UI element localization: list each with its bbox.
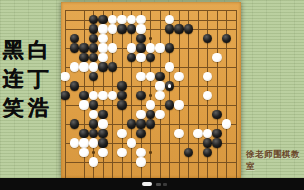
black-stone — [61, 91, 70, 100]
white-player-label: 白丁浩 — [26, 36, 50, 123]
black-stone — [136, 91, 145, 100]
progress-handle-icon[interactable] — [142, 182, 152, 186]
black-stone — [89, 53, 98, 62]
white-stone — [70, 62, 79, 71]
black-stone — [174, 24, 183, 33]
black-stone — [146, 119, 155, 128]
black-stone — [212, 138, 221, 147]
white-stone — [193, 129, 202, 138]
black-label-char: 笑 — [1, 94, 25, 123]
control-mark-icon — [163, 183, 167, 186]
white-stone — [70, 138, 79, 147]
black-stone — [155, 72, 164, 81]
black-stone — [136, 43, 145, 52]
black-stone — [212, 110, 221, 119]
white-stone — [89, 157, 98, 166]
white-stone — [108, 24, 117, 33]
black-player-label: 黑连笑 — [1, 36, 25, 123]
white-stone — [203, 129, 212, 138]
black-stone — [89, 119, 98, 128]
star-point — [92, 151, 95, 154]
black-stone — [70, 43, 79, 52]
white-stone — [98, 119, 107, 128]
black-stone — [165, 43, 174, 52]
black-stone — [136, 129, 145, 138]
black-stone — [184, 24, 193, 33]
black-stone — [165, 81, 174, 90]
black-stone — [184, 148, 193, 157]
white-stone — [155, 81, 164, 90]
white-stone — [79, 138, 88, 147]
white-label-char: 白 — [26, 36, 50, 65]
white-label-char: 浩 — [26, 94, 50, 123]
black-stone — [89, 100, 98, 109]
white-stone — [136, 24, 145, 33]
black-stone — [89, 15, 98, 24]
black-stone — [70, 81, 79, 90]
white-stone — [155, 91, 164, 100]
white-stone — [89, 110, 98, 119]
white-stone — [136, 148, 145, 157]
black-stone — [98, 15, 107, 24]
white-stone — [117, 129, 126, 138]
black-stone — [165, 24, 174, 33]
black-stone — [79, 129, 88, 138]
black-stone — [98, 62, 107, 71]
black-stone — [136, 34, 145, 43]
white-stone — [136, 110, 145, 119]
white-stone — [155, 110, 164, 119]
white-stone — [117, 148, 126, 157]
white-stone — [127, 43, 136, 52]
white-stone — [165, 15, 174, 24]
black-stone — [165, 100, 174, 109]
go-board — [61, 2, 241, 178]
white-stone — [98, 34, 107, 43]
black-stone — [127, 24, 136, 33]
black-stone — [203, 148, 212, 157]
white-stone — [212, 53, 221, 62]
video-frame: 黑连笑 白丁浩 徐老师围棋教室 — [0, 0, 304, 190]
white-stone — [61, 72, 70, 81]
black-stone — [127, 119, 136, 128]
star-point — [149, 151, 152, 154]
white-stone — [98, 53, 107, 62]
white-stone — [146, 72, 155, 81]
white-stone — [98, 43, 107, 52]
black-stone — [108, 62, 117, 71]
white-stone — [79, 148, 88, 157]
star-point — [149, 37, 152, 40]
black-stone — [89, 72, 98, 81]
white-stone — [127, 15, 136, 24]
control-mark-icon — [156, 183, 161, 186]
white-stone — [108, 15, 117, 24]
white-stone — [203, 72, 212, 81]
last-move-marker-icon — [168, 84, 171, 87]
white-stone — [222, 119, 231, 128]
black-label-char: 黑 — [1, 36, 25, 65]
black-label-char: 连 — [1, 65, 25, 94]
white-stone — [203, 91, 212, 100]
white-stone — [146, 100, 155, 109]
white-stone — [174, 72, 183, 81]
white-stone — [79, 100, 88, 109]
black-stone — [79, 91, 88, 100]
white-stone — [98, 91, 107, 100]
black-stone — [203, 138, 212, 147]
black-stone — [89, 129, 98, 138]
white-stone — [136, 15, 145, 24]
white-stone — [136, 53, 145, 62]
star-point — [149, 94, 152, 97]
white-stone — [117, 15, 126, 24]
white-stone — [155, 43, 164, 52]
black-stone — [89, 34, 98, 43]
white-label-char: 丁 — [26, 65, 50, 94]
black-stone — [203, 34, 212, 43]
white-stone — [79, 62, 88, 71]
black-stone — [79, 53, 88, 62]
white-stone — [174, 100, 183, 109]
black-stone — [79, 43, 88, 52]
white-stone — [108, 43, 117, 52]
black-stone — [98, 138, 107, 147]
white-stone — [98, 148, 107, 157]
black-stone — [117, 91, 126, 100]
white-stone — [89, 62, 98, 71]
black-stone — [98, 129, 107, 138]
white-stone — [136, 157, 145, 166]
black-stone — [117, 24, 126, 33]
black-stone — [222, 34, 231, 43]
video-progress-bar[interactable] — [0, 178, 304, 190]
white-stone — [89, 91, 98, 100]
white-stone — [98, 24, 107, 33]
black-stone — [136, 119, 145, 128]
black-stone — [117, 100, 126, 109]
black-stone — [89, 24, 98, 33]
black-stone — [70, 34, 79, 43]
black-stone — [146, 53, 155, 62]
white-stone — [174, 129, 183, 138]
black-stone — [146, 110, 155, 119]
watermark-text: 徐老师围棋教室 — [246, 149, 304, 173]
black-stone — [212, 129, 221, 138]
black-stone — [127, 53, 136, 62]
white-stone — [146, 43, 155, 52]
black-stone — [89, 43, 98, 52]
black-stone — [70, 119, 79, 128]
white-stone — [108, 91, 117, 100]
white-stone — [165, 62, 174, 71]
white-stone — [136, 72, 145, 81]
white-stone — [127, 138, 136, 147]
white-stone — [89, 138, 98, 147]
black-stone — [117, 81, 126, 90]
black-stone — [98, 110, 107, 119]
